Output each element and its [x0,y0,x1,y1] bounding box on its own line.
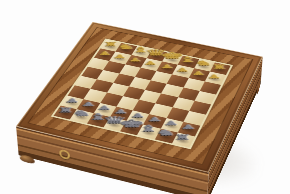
piece-silver-rook: ♜ [159,134,206,141]
case-foot-right [256,81,260,98]
chess-case: ♜♞♝♛♚♝♞♜♟♟♟♟♟♟♟♟♟♟♟♟♟♟♟♟♜♞♝♛♚♝♞♜ [16,22,263,172]
drawer-ring-pull-icon [59,149,70,160]
piece-gold-rook: ♜ [198,64,241,70]
piece-gold-pawn: ♟ [193,74,237,79]
product-photo-scene: ♜♞♝♛♚♝♞♜♟♟♟♟♟♟♟♟♟♟♟♟♟♟♟♟♜♞♝♛♚♝♞♜ [0,0,290,194]
case-foot-left [19,154,35,165]
